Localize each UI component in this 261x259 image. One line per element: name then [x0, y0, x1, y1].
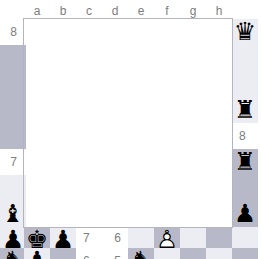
- square-d5[interactable]: [206, 248, 232, 259]
- file-label-top-c: c: [76, 2, 102, 19]
- piece-glyph: ♜: [232, 149, 258, 175]
- square-h7[interactable]: ♟: [50, 227, 76, 253]
- square-a8[interactable]: ♛: [232, 19, 258, 45]
- piece-outline: ♙: [154, 227, 180, 253]
- square-f6[interactable]: ♞: [0, 248, 26, 259]
- corner-top-left: [0, 2, 24, 19]
- piece-black-rook[interactable]: ♜: [232, 149, 258, 175]
- square-b8[interactable]: [0, 45, 26, 71]
- rank-label-left-5: 5: [102, 248, 128, 259]
- board-border: [23, 18, 233, 228]
- square-c8[interactable]: [232, 45, 258, 71]
- piece-black-knight[interactable]: ♞: [0, 248, 26, 259]
- file-label-top-f: f: [154, 2, 180, 19]
- chess-board: abcdefgh8♛♜87♜♝♟♟♚♟76♟♙♞♟65♞♞♘54♟♙43♛♕♞♘…: [0, 2, 261, 259]
- square-a5[interactable]: ♞: [128, 248, 154, 259]
- file-label-top-a: a: [24, 2, 50, 19]
- file-label-top-b: b: [50, 2, 76, 19]
- square-b6[interactable]: ♟♙: [154, 227, 180, 253]
- piece-black-rook[interactable]: ♜: [232, 97, 258, 123]
- square-a7[interactable]: ♜: [232, 149, 258, 175]
- square-f8[interactable]: [0, 97, 26, 123]
- file-label-top-e: e: [128, 2, 154, 19]
- piece-glyph: ♜: [232, 97, 258, 123]
- piece-glyph: ♟: [24, 248, 50, 259]
- square-g8[interactable]: ♜: [232, 97, 258, 123]
- piece-black-pawn[interactable]: ♟: [232, 201, 258, 227]
- square-e8[interactable]: [232, 71, 258, 97]
- piece-glyph: ♞: [0, 248, 26, 259]
- square-g6[interactable]: ♟: [24, 248, 50, 259]
- piece-glyph: ♛: [232, 19, 258, 45]
- rank-label-left-7: 7: [0, 149, 24, 175]
- piece-black-pawn[interactable]: ♟: [24, 248, 50, 259]
- square-b7[interactable]: [0, 175, 26, 201]
- rank-label-left-8: 8: [0, 19, 24, 45]
- square-c5[interactable]: [180, 248, 206, 259]
- rank-label-right-7: 7: [76, 227, 102, 248]
- piece-black-bishop[interactable]: ♝: [0, 201, 26, 227]
- square-d8[interactable]: [0, 71, 26, 97]
- rank-label-left-6: 6: [102, 227, 128, 248]
- piece-white-pawn[interactable]: ♟♙: [154, 227, 180, 253]
- file-label-top-h: h: [206, 2, 232, 19]
- square-h8[interactable]: [0, 123, 26, 149]
- piece-black-knight[interactable]: ♞: [128, 248, 154, 259]
- square-c7[interactable]: [232, 175, 258, 201]
- square-d7[interactable]: ♝: [0, 201, 26, 227]
- piece-black-pawn[interactable]: ♟: [50, 227, 76, 253]
- square-e7[interactable]: ♟: [232, 201, 258, 227]
- piece-glyph: ♟: [232, 201, 258, 227]
- square-e5[interactable]: [232, 248, 258, 259]
- rank-label-right-6: 6: [76, 248, 102, 259]
- chess-diagram: abcdefgh8♛♜87♜♝♟♟♚♟76♟♙♞♟65♞♞♘54♟♙43♛♕♞♘…: [0, 0, 261, 259]
- piece-glyph: ♞: [128, 248, 154, 259]
- piece-glyph: ♟: [50, 227, 76, 253]
- piece-glyph: ♝: [0, 201, 26, 227]
- piece-black-queen[interactable]: ♛: [232, 19, 258, 45]
- file-label-top-d: d: [102, 2, 128, 19]
- rank-label-right-8: 8: [232, 123, 256, 149]
- file-label-top-g: g: [180, 2, 206, 19]
